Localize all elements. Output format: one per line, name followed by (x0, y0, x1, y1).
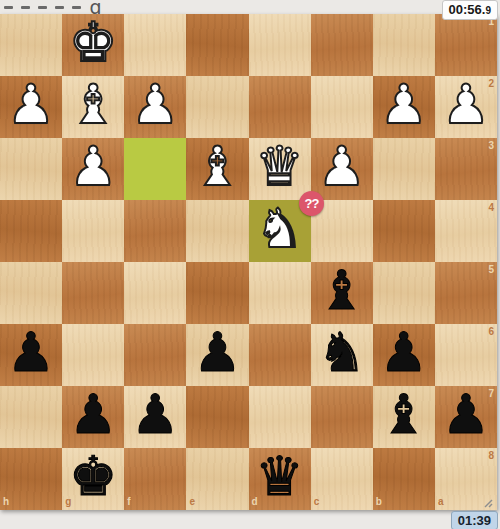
square-g1[interactable]: ♚︎ (62, 14, 124, 76)
rank-label-4: 4 (488, 203, 494, 213)
opponent-clock: 00:56.9 (442, 0, 498, 20)
square-f7[interactable]: ♟︎ (124, 386, 186, 448)
square-d5[interactable] (249, 262, 311, 324)
square-c3[interactable]: ♟︎ (311, 138, 373, 200)
file-label-b: b (376, 497, 382, 507)
square-d7[interactable] (249, 386, 311, 448)
rank-label-3: 3 (488, 141, 494, 151)
square-h8[interactable]: h (0, 448, 62, 510)
square-b6[interactable]: ♟︎ (373, 324, 435, 386)
chess-board[interactable]: ♚︎1♟︎♝︎♟︎♟︎♟︎2♟︎♝︎♛︎♟︎3♞︎4♝︎5♟︎♟︎♞︎♟︎6♟︎… (0, 14, 497, 510)
file-label-g: g (65, 497, 71, 507)
square-f8[interactable]: f (124, 448, 186, 510)
square-e4[interactable] (186, 200, 248, 262)
square-h7[interactable] (0, 386, 62, 448)
black-bishop[interactable]: ♝︎ (373, 384, 435, 446)
square-f1[interactable] (124, 14, 186, 76)
black-pawn[interactable]: ♟︎ (124, 384, 186, 446)
black-pawn[interactable]: ♟︎ (0, 322, 62, 384)
square-c5[interactable]: ♝︎ (311, 262, 373, 324)
black-knight[interactable]: ♞︎ (311, 322, 373, 384)
file-label-e: e (189, 497, 195, 507)
square-b4[interactable] (373, 200, 435, 262)
file-label-f: f (127, 497, 130, 507)
rank-label-2: 2 (488, 79, 494, 89)
square-c6[interactable]: ♞︎ (311, 324, 373, 386)
white-queen[interactable]: ♛︎ (249, 136, 311, 198)
square-d3[interactable]: ♛︎ (249, 138, 311, 200)
square-d2[interactable] (249, 76, 311, 138)
square-a2[interactable]: ♟︎2 (435, 76, 497, 138)
square-h2[interactable]: ♟︎ (0, 76, 62, 138)
black-king[interactable]: ♚︎ (62, 446, 124, 508)
white-pawn[interactable]: ♟︎ (62, 136, 124, 198)
black-pawn[interactable]: ♟︎ (373, 322, 435, 384)
square-e1[interactable] (186, 14, 248, 76)
square-a6[interactable]: 6 (435, 324, 497, 386)
square-c8[interactable]: c (311, 448, 373, 510)
square-g8[interactable]: ♚︎g (62, 448, 124, 510)
file-label-h: h (3, 497, 9, 507)
square-d8[interactable]: ♛︎d (249, 448, 311, 510)
square-f3[interactable] (124, 138, 186, 200)
rank-label-6: 6 (488, 327, 494, 337)
blunder-annotation-badge: ?? (299, 191, 324, 216)
square-d1[interactable] (249, 14, 311, 76)
rank-label-8: 8 (488, 451, 494, 461)
clipped-text-fragment (72, 6, 81, 9)
black-bishop[interactable]: ♝︎ (311, 260, 373, 322)
square-c1[interactable] (311, 14, 373, 76)
square-g2[interactable]: ♝︎ (62, 76, 124, 138)
player-clock: 01:39 (451, 511, 498, 529)
square-h5[interactable] (0, 262, 62, 324)
square-f6[interactable] (124, 324, 186, 386)
square-g5[interactable] (62, 262, 124, 324)
black-pawn[interactable]: ♟︎ (186, 322, 248, 384)
file-label-c: c (314, 497, 320, 507)
board-resize-handle[interactable] (481, 496, 493, 508)
square-a7[interactable]: ♟︎7 (435, 386, 497, 448)
white-pawn[interactable]: ♟︎ (373, 74, 435, 136)
white-bishop[interactable]: ♝︎ (62, 74, 124, 136)
square-e6[interactable]: ♟︎ (186, 324, 248, 386)
square-d6[interactable] (249, 324, 311, 386)
square-g6[interactable] (62, 324, 124, 386)
square-f2[interactable]: ♟︎ (124, 76, 186, 138)
square-b5[interactable] (373, 262, 435, 324)
square-e8[interactable]: e (186, 448, 248, 510)
clipped-text-fragment (4, 6, 13, 9)
square-b7[interactable]: ♝︎ (373, 386, 435, 448)
square-g4[interactable] (62, 200, 124, 262)
square-b3[interactable] (373, 138, 435, 200)
white-pawn[interactable]: ♟︎ (311, 136, 373, 198)
square-b1[interactable] (373, 14, 435, 76)
rank-label-5: 5 (488, 265, 494, 275)
square-a4[interactable]: 4 (435, 200, 497, 262)
black-pawn[interactable]: ♟︎ (62, 384, 124, 446)
square-g3[interactable]: ♟︎ (62, 138, 124, 200)
white-pawn[interactable]: ♟︎ (0, 74, 62, 136)
file-label-a: a (438, 497, 444, 507)
square-c7[interactable] (311, 386, 373, 448)
white-king[interactable]: ♚︎ (62, 12, 124, 74)
square-g7[interactable]: ♟︎ (62, 386, 124, 448)
square-b2[interactable]: ♟︎ (373, 76, 435, 138)
square-e2[interactable] (186, 76, 248, 138)
white-pawn[interactable]: ♟︎ (124, 74, 186, 136)
clipped-text-fragment (38, 6, 47, 9)
square-b8[interactable]: b (373, 448, 435, 510)
black-queen[interactable]: ♛︎ (249, 446, 311, 508)
white-bishop[interactable]: ♝︎ (186, 136, 248, 198)
square-h4[interactable] (0, 200, 62, 262)
square-a5[interactable]: 5 (435, 262, 497, 324)
file-label-d: d (252, 497, 258, 507)
square-f5[interactable] (124, 262, 186, 324)
rank-label-7: 7 (488, 389, 494, 399)
square-e5[interactable] (186, 262, 248, 324)
square-h3[interactable] (0, 138, 62, 200)
square-a3[interactable]: 3 (435, 138, 497, 200)
square-e7[interactable] (186, 386, 248, 448)
square-e3[interactable]: ♝︎ (186, 138, 248, 200)
board-grid[interactable]: ♚︎1♟︎♝︎♟︎♟︎♟︎2♟︎♝︎♛︎♟︎3♞︎4♝︎5♟︎♟︎♞︎♟︎6♟︎… (0, 14, 497, 510)
square-h6[interactable]: ♟︎ (0, 324, 62, 386)
square-c2[interactable] (311, 76, 373, 138)
square-f4[interactable] (124, 200, 186, 262)
square-a1[interactable]: 1 (435, 14, 497, 76)
square-h1[interactable] (0, 14, 62, 76)
clipped-text-fragment (21, 6, 30, 9)
clipped-text-fragment (55, 6, 64, 9)
